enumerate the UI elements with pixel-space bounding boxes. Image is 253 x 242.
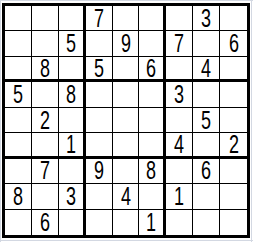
cell-r5c3[interactable] <box>59 108 86 133</box>
cell-r4c6[interactable] <box>139 82 166 107</box>
cell-r3c6[interactable]: 6 <box>139 57 166 82</box>
given-digit: 1 <box>146 210 156 235</box>
cell-r7c6[interactable]: 8 <box>139 159 166 184</box>
cell-r8c5[interactable]: 4 <box>113 184 140 209</box>
cell-r4c2[interactable] <box>32 82 59 107</box>
given-digit: 5 <box>13 82 23 107</box>
given-digit: 3 <box>66 184 76 209</box>
cell-r1c9[interactable] <box>220 6 247 31</box>
cell-r7c9[interactable] <box>220 159 247 184</box>
cell-r9c5[interactable] <box>113 210 140 235</box>
cell-r9c7[interactable] <box>166 210 193 235</box>
cell-r1c4[interactable]: 7 <box>86 6 113 31</box>
cell-r8c4[interactable] <box>86 184 113 209</box>
cell-r7c1[interactable] <box>5 159 32 184</box>
given-digit: 4 <box>120 184 130 209</box>
cell-r7c4[interactable]: 9 <box>86 159 113 184</box>
cell-r2c6[interactable] <box>139 31 166 56</box>
cell-r5c7[interactable] <box>166 108 193 133</box>
given-digit: 9 <box>94 159 104 184</box>
cell-r7c7[interactable] <box>166 159 193 184</box>
given-digit: 6 <box>201 159 211 184</box>
given-digit: 6 <box>40 210 50 235</box>
cell-r2c7[interactable]: 7 <box>166 31 193 56</box>
cell-r8c7[interactable]: 1 <box>166 184 193 209</box>
given-digit: 6 <box>229 31 239 56</box>
cell-r5c5[interactable] <box>113 108 140 133</box>
cell-r7c5[interactable] <box>113 159 140 184</box>
sudoku-screenshot: 7359768564583251427986834161 <box>0 0 253 242</box>
cell-r2c2[interactable] <box>32 31 59 56</box>
given-digit: 4 <box>174 133 184 157</box>
cell-r4c4[interactable] <box>86 82 113 107</box>
cell-r1c3[interactable] <box>59 6 86 31</box>
given-digit: 8 <box>146 159 156 184</box>
given-digit: 4 <box>201 57 211 81</box>
spreadsheet-gridline-right <box>251 0 252 242</box>
cell-r4c3[interactable]: 8 <box>59 82 86 107</box>
cell-r6c8[interactable] <box>193 133 220 158</box>
cell-r5c9[interactable] <box>220 108 247 133</box>
cell-r2c5[interactable]: 9 <box>113 31 140 56</box>
cell-r2c3[interactable]: 5 <box>59 31 86 56</box>
cell-r3c8[interactable]: 4 <box>193 57 220 82</box>
cell-r9c1[interactable] <box>5 210 32 235</box>
cell-r1c7[interactable] <box>166 6 193 31</box>
cell-r1c6[interactable] <box>139 6 166 31</box>
given-digit: 7 <box>174 31 184 56</box>
given-digit: 2 <box>40 108 50 133</box>
cell-r3c5[interactable] <box>113 57 140 82</box>
cell-r5c2[interactable]: 2 <box>32 108 59 133</box>
given-digit: 7 <box>94 6 104 31</box>
cell-r5c4[interactable] <box>86 108 113 133</box>
given-digit: 8 <box>13 184 23 209</box>
cell-r9c9[interactable] <box>220 210 247 235</box>
cell-r4c1[interactable]: 5 <box>5 82 32 107</box>
cell-r6c6[interactable] <box>139 133 166 158</box>
cell-r7c3[interactable] <box>59 159 86 184</box>
cell-r7c2[interactable]: 7 <box>32 159 59 184</box>
cell-r6c5[interactable] <box>113 133 140 158</box>
cell-r1c2[interactable] <box>32 6 59 31</box>
cell-r9c8[interactable] <box>193 210 220 235</box>
cell-r1c5[interactable] <box>113 6 140 31</box>
given-digit: 5 <box>94 57 104 81</box>
given-digit: 6 <box>146 57 156 81</box>
cell-r3c9[interactable] <box>220 57 247 82</box>
cell-r3c2[interactable]: 8 <box>32 57 59 82</box>
cell-r2c8[interactable] <box>193 31 220 56</box>
given-digit: 3 <box>174 82 184 107</box>
cell-r2c4[interactable] <box>86 31 113 56</box>
cell-r9c6[interactable]: 1 <box>139 210 166 235</box>
cell-r6c9[interactable]: 2 <box>220 133 247 158</box>
cell-r3c4[interactable]: 5 <box>86 57 113 82</box>
given-digit: 3 <box>201 6 211 31</box>
given-digit: 7 <box>40 159 50 184</box>
sudoku-board: 7359768564583251427986834161 <box>2 3 250 238</box>
spreadsheet-gridline-left <box>0 0 1 242</box>
cell-r1c8[interactable]: 3 <box>193 6 220 31</box>
cell-r6c7[interactable]: 4 <box>166 133 193 158</box>
cell-r6c3[interactable]: 1 <box>59 133 86 158</box>
cell-r2c1[interactable] <box>5 31 32 56</box>
given-digit: 2 <box>229 133 239 157</box>
cell-r9c3[interactable] <box>59 210 86 235</box>
cell-r5c6[interactable] <box>139 108 166 133</box>
cell-r6c2[interactable] <box>32 133 59 158</box>
cell-r8c2[interactable] <box>32 184 59 209</box>
given-digit: 9 <box>120 31 130 56</box>
cell-r4c5[interactable] <box>113 82 140 107</box>
cell-r1c1[interactable] <box>5 6 32 31</box>
cell-r3c1[interactable] <box>5 57 32 82</box>
cell-r8c3[interactable]: 3 <box>59 184 86 209</box>
cell-r8c6[interactable] <box>139 184 166 209</box>
given-digit: 8 <box>40 57 50 81</box>
cell-r6c4[interactable] <box>86 133 113 158</box>
given-digit: 5 <box>201 108 211 133</box>
given-digit: 5 <box>66 31 76 56</box>
cell-r4c9[interactable] <box>220 82 247 107</box>
cell-r5c8[interactable]: 5 <box>193 108 220 133</box>
cell-r3c7[interactable] <box>166 57 193 82</box>
given-digit: 1 <box>66 133 76 157</box>
cell-r8c1[interactable]: 8 <box>5 184 32 209</box>
spreadsheet-gridline-bottom <box>0 240 253 241</box>
cell-r8c8[interactable] <box>193 184 220 209</box>
cell-r5c1[interactable] <box>5 108 32 133</box>
spreadsheet-gridline-top <box>0 0 253 1</box>
cell-r9c4[interactable] <box>86 210 113 235</box>
cell-r4c7[interactable]: 3 <box>166 82 193 107</box>
cell-r7c8[interactable]: 6 <box>193 159 220 184</box>
cell-r9c2[interactable]: 6 <box>32 210 59 235</box>
cell-r3c3[interactable] <box>59 57 86 82</box>
cell-r4c8[interactable] <box>193 82 220 107</box>
given-digit: 1 <box>174 184 184 209</box>
cell-r2c9[interactable]: 6 <box>220 31 247 56</box>
given-digit: 8 <box>66 82 76 107</box>
cell-r6c1[interactable] <box>5 133 32 158</box>
cell-r8c9[interactable] <box>220 184 247 209</box>
